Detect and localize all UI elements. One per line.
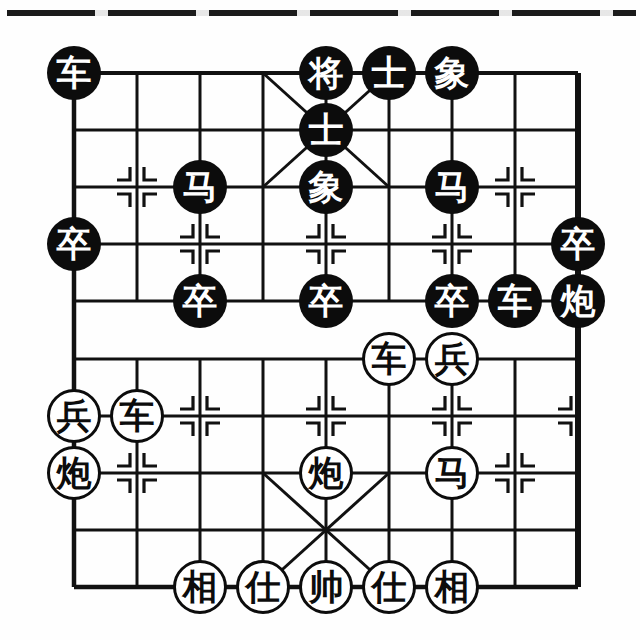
piece-red-soldier[interactable]: 兵	[47, 389, 101, 443]
piece-red-general[interactable]: 帅	[299, 560, 353, 614]
xiangqi-diagram: 车将士象士马象马卒卒卒卒卒车炮车兵兵车炮炮马相仕帅仕相	[0, 0, 640, 640]
piece-black-horse[interactable]: 马	[425, 160, 479, 214]
piece-black-chariot[interactable]: 车	[47, 46, 101, 100]
piece-red-elephant[interactable]: 相	[173, 560, 227, 614]
piece-black-soldier[interactable]: 卒	[299, 274, 353, 328]
piece-black-soldier[interactable]: 卒	[47, 217, 101, 271]
piece-black-advisor[interactable]: 士	[299, 103, 353, 157]
piece-black-chariot[interactable]: 车	[488, 274, 542, 328]
piece-red-soldier[interactable]: 兵	[425, 332, 479, 386]
piece-black-elephant[interactable]: 象	[299, 160, 353, 214]
piece-red-advisor[interactable]: 仕	[236, 560, 290, 614]
piece-black-soldier[interactable]: 卒	[425, 274, 479, 328]
piece-black-horse[interactable]: 马	[173, 160, 227, 214]
piece-black-soldier[interactable]: 卒	[173, 274, 227, 328]
piece-red-cannon[interactable]: 炮	[299, 446, 353, 500]
piece-red-chariot[interactable]: 车	[362, 332, 416, 386]
piece-black-general[interactable]: 将	[299, 46, 353, 100]
piece-red-chariot[interactable]: 车	[110, 389, 164, 443]
piece-black-elephant[interactable]: 象	[425, 46, 479, 100]
piece-red-elephant[interactable]: 相	[425, 560, 479, 614]
piece-black-advisor[interactable]: 士	[362, 46, 416, 100]
piece-red-horse[interactable]: 马	[425, 446, 479, 500]
piece-red-advisor[interactable]: 仕	[362, 560, 416, 614]
piece-black-soldier[interactable]: 卒	[551, 217, 605, 271]
piece-black-cannon[interactable]: 炮	[551, 274, 605, 328]
piece-red-cannon[interactable]: 炮	[47, 446, 101, 500]
